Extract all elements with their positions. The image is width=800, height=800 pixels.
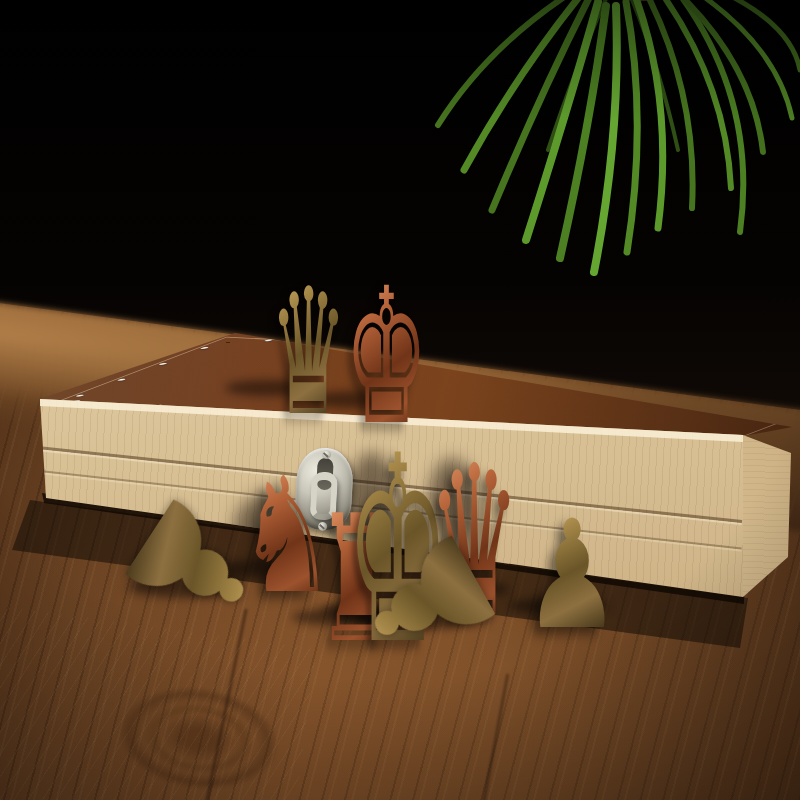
- plank-seam: [440, 674, 509, 800]
- pawn-glyph: ♟: [524, 500, 621, 650]
- palm-frond-icon: [428, 0, 800, 290]
- chess-piece-pawn-right: ♟: [490, 500, 654, 650]
- product-photo-scene: ♛ ♚ ♞ ♜ ♚ ♛ ♟ ♟ ♟: [0, 0, 800, 800]
